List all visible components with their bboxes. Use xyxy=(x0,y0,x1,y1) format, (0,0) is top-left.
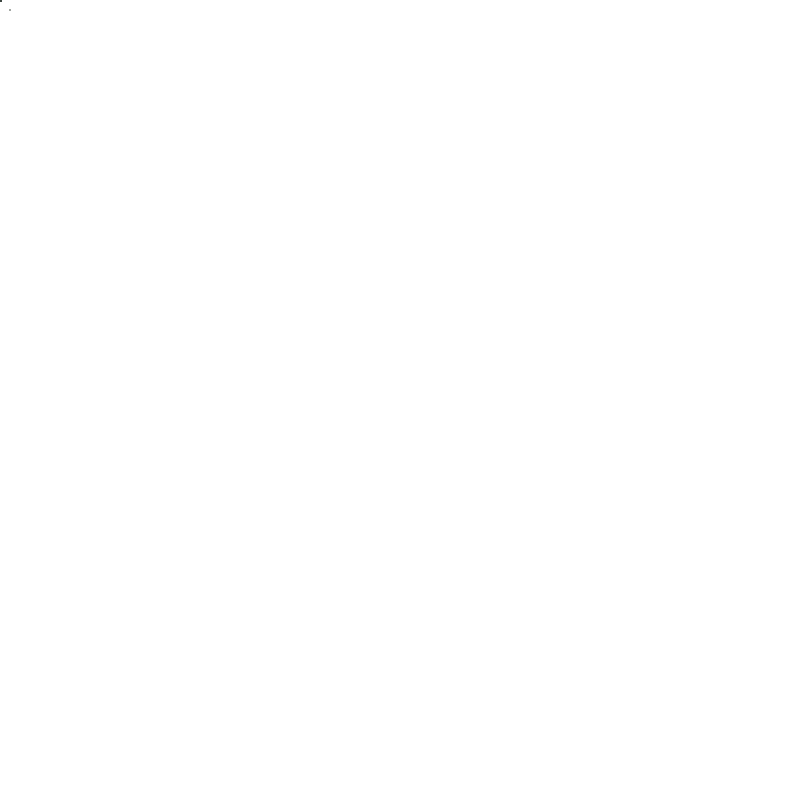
chess-set-product-photo xyxy=(0,0,800,800)
pieces-layer xyxy=(0,0,800,800)
board-playing-field xyxy=(0,0,2,2)
board-outer-frame-line xyxy=(9,9,11,11)
